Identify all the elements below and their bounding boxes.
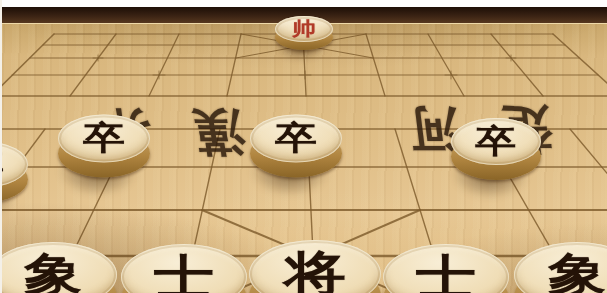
top-letterbox-strip [0,0,607,7]
piece-black-advisor-f[interactable]: 士 [383,244,509,293]
piece-glyph: 士 [416,245,476,293]
piece-face: 将 [249,240,381,293]
piece-glyph: 象 [548,245,606,293]
piece-black-elephant-c[interactable]: 象 [0,242,117,293]
piece-glyph: 士 [154,245,214,293]
piece-face: 象 [0,242,117,293]
piece-black-general[interactable]: 将 [249,240,381,293]
piece-glyph: 将 [284,241,346,293]
piece-glyph: 帅 [292,17,316,42]
left-edge-strip [0,0,2,293]
piece-glyph: 卒 [275,117,317,161]
piece-black-soldier-c[interactable]: 卒 [58,115,150,178]
piece-face: 士 [383,244,509,293]
piece-glyph: 卒 [476,120,517,163]
piece-black-soldier-a[interactable]: 卒 [0,142,28,203]
piece-face: 卒 [451,118,541,165]
piece-face: 卒 [58,115,150,163]
piece-glyph: 象 [24,245,82,293]
piece-glyph: 卒 [83,117,125,161]
xiangqi-photo: 漢界 楚河 帅 卒 卒 卒 卒 [0,0,607,293]
piece-face: 象 [514,242,607,293]
piece-black-elephant-g[interactable]: 象 [514,242,607,293]
piece-face: 卒 [250,115,342,163]
piece-black-soldier-e[interactable]: 卒 [250,115,342,178]
piece-red-general[interactable]: 帅 [275,16,333,50]
piece-face: 帅 [275,16,333,42]
piece-black-soldier-g[interactable]: 卒 [451,118,541,180]
